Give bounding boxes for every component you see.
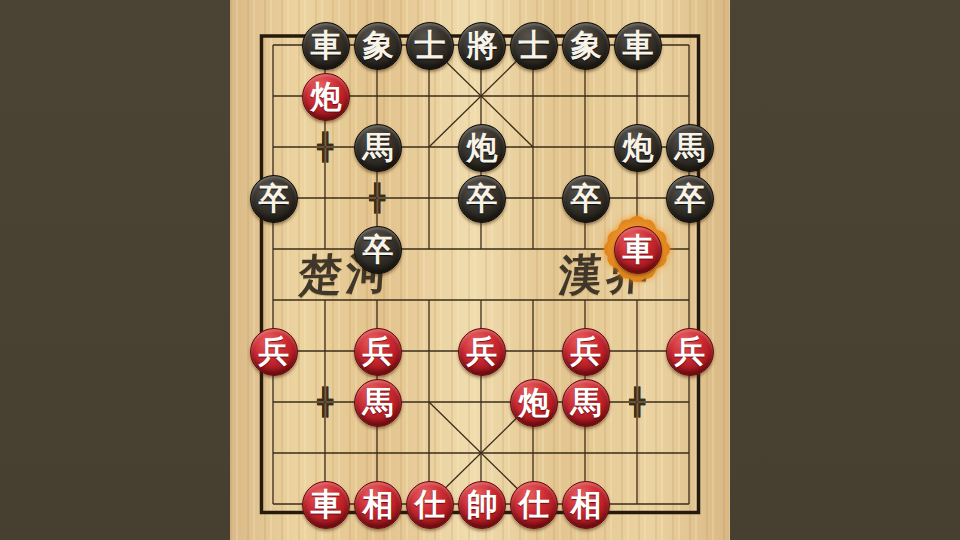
piece-glyph: 士 [415,30,446,61]
piece-soldier-black-i4[interactable]: 卒 [666,175,714,223]
piece-soldier-black-e4[interactable]: 卒 [458,175,506,223]
piece-glyph: 車 [311,30,342,61]
point-marker-h8: ╬ [629,389,645,415]
piece-glyph: 卒 [363,234,394,265]
point-marker-b3: ╬ [317,134,333,160]
piece-glyph: 炮 [467,132,498,163]
piece-glyph: 馬 [363,387,394,418]
piece-soldier-red-c7[interactable]: 兵 [354,328,402,376]
piece-chariot-black-h1[interactable]: 車 [614,22,662,70]
piece-horse-red-c8[interactable]: 馬 [354,379,402,427]
piece-soldier-red-e7[interactable]: 兵 [458,328,506,376]
piece-glyph: 卒 [467,183,498,214]
piece-glyph: 炮 [623,132,654,163]
piece-general-red-e10[interactable]: 帥 [458,481,506,529]
piece-glyph: 兵 [259,336,290,367]
piece-glyph: 馬 [571,387,602,418]
piece-soldier-black-a4[interactable]: 卒 [250,175,298,223]
piece-glyph: 象 [571,30,602,61]
piece-chariot-black-b1[interactable]: 車 [302,22,350,70]
piece-glyph: 車 [623,30,654,61]
piece-cannon-black-e3[interactable]: 炮 [458,124,506,172]
piece-glyph: 帥 [467,489,498,520]
point-marker-b8: ╬ [317,389,333,415]
piece-soldier-black-c5[interactable]: 卒 [354,226,402,274]
piece-soldier-red-g7[interactable]: 兵 [562,328,610,376]
piece-cannon-black-h3[interactable]: 炮 [614,124,662,172]
piece-advisor-black-d1[interactable]: 士 [406,22,454,70]
piece-soldier-black-g4[interactable]: 卒 [562,175,610,223]
letterbox-left [0,0,230,540]
piece-glyph: 卒 [675,183,706,214]
piece-glyph: 車 [311,489,342,520]
piece-advisor-black-f1[interactable]: 士 [510,22,558,70]
piece-elephant-black-g1[interactable]: 象 [562,22,610,70]
piece-chariot-red-h5[interactable]: 車 [614,226,662,274]
piece-cannon-red-b2[interactable]: 炮 [302,73,350,121]
piece-glyph: 兵 [675,336,706,367]
piece-glyph: 馬 [675,132,706,163]
piece-glyph: 仕 [415,489,446,520]
piece-elephant-black-c1[interactable]: 象 [354,22,402,70]
piece-glyph: 相 [363,489,394,520]
piece-advisor-red-d10[interactable]: 仕 [406,481,454,529]
piece-glyph: 卒 [571,183,602,214]
xiangqi-app: { "game": "Xiangqi (Chinese Chess)", "bo… [0,0,960,540]
piece-glyph: 象 [363,30,394,61]
piece-elephant-red-g10[interactable]: 相 [562,481,610,529]
piece-horse-black-i3[interactable]: 馬 [666,124,714,172]
piece-glyph: 炮 [311,81,342,112]
piece-glyph: 馬 [363,132,394,163]
piece-soldier-red-i7[interactable]: 兵 [666,328,714,376]
piece-advisor-red-f10[interactable]: 仕 [510,481,558,529]
piece-elephant-red-c10[interactable]: 相 [354,481,402,529]
piece-glyph: 相 [571,489,602,520]
piece-glyph: 兵 [363,336,394,367]
piece-general-black-e1[interactable]: 將 [458,22,506,70]
letterbox-right [730,0,960,540]
piece-glyph: 兵 [467,336,498,367]
piece-glyph: 炮 [519,387,550,418]
piece-glyph: 兵 [571,336,602,367]
piece-glyph: 仕 [519,489,550,520]
piece-glyph: 車 [623,234,654,265]
piece-chariot-red-b10[interactable]: 車 [302,481,350,529]
piece-glyph: 將 [467,30,498,61]
piece-glyph: 卒 [259,183,290,214]
piece-glyph: 士 [519,30,550,61]
piece-soldier-red-a7[interactable]: 兵 [250,328,298,376]
point-marker-c4: ╬ [369,185,385,211]
piece-cannon-red-f8[interactable]: 炮 [510,379,558,427]
piece-horse-red-g8[interactable]: 馬 [562,379,610,427]
piece-horse-black-c3[interactable]: 馬 [354,124,402,172]
